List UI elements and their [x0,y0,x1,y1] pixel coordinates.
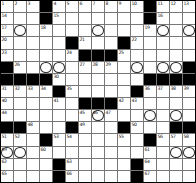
grid-cell-r3c10[interactable] [118,25,130,36]
clue-number: 40 [2,98,7,103]
clue-number: 24 [67,50,72,55]
grid-cell-r3c13[interactable] [157,25,169,36]
grid-cell-r2c15[interactable] [183,13,195,24]
grid-cell-r6c12[interactable] [144,62,156,73]
grid-cell-r6c15 [183,62,195,73]
clue-number: 47 [106,110,111,115]
grid-cell-r5c11[interactable] [131,50,143,61]
grid-cell-r1c3[interactable]: 3 [27,1,39,12]
grid-cell-r10c9[interactable]: 47 [105,110,117,121]
grid-cell-r15c10[interactable] [118,171,130,182]
grid-cell-r9c10[interactable]: 42 [118,98,130,109]
grid-cell-r9c2[interactable] [14,98,26,109]
grid-cell-r11c12[interactable] [144,122,156,133]
circle-marker [183,147,195,158]
grid-cell-r3c8[interactable] [92,25,104,36]
grid-cell-r6c2[interactable]: 26 [14,62,26,73]
grid-cell-r9c1[interactable]: 40 [1,98,13,109]
grid-cell-r13c15[interactable] [183,147,195,158]
grid-cell-r14c8[interactable] [92,159,104,170]
grid-cell-r5c6[interactable]: 24 [66,50,78,61]
clue-number: 33 [28,86,33,91]
grid-cell-r10c7[interactable]: 45 [79,110,91,121]
clue-number: 39 [184,86,189,91]
clue-number: 50 [132,122,137,127]
grid-cell-r5c15[interactable] [183,50,195,61]
grid-cell-r6c6[interactable] [66,62,78,73]
grid-cell-r3c11[interactable] [131,25,143,36]
grid-cell-r15c7[interactable] [79,171,91,182]
grid-cell-r5c12[interactable] [144,50,156,61]
grid-cell-r1c8[interactable]: 7 [92,1,104,12]
grid-cell-r11c7[interactable]: 49 [79,122,91,133]
grid-cell-r4c5[interactable] [53,37,65,48]
grid-cell-r8c5 [53,86,65,97]
circle-marker [170,62,182,73]
grid-cell-r13c13[interactable] [157,147,169,158]
grid-cell-r2c9[interactable] [105,13,117,24]
grid-cell-r1c4 [40,1,52,12]
grid-cell-r8c1[interactable]: 31 [1,86,13,97]
clue-number: 29 [106,62,111,67]
grid-cell-r6c8[interactable]: 28 [92,62,104,73]
clue-number: 2 [15,1,18,6]
grid-cell-r13c3[interactable] [27,147,39,158]
grid-cell-r7c10[interactable] [118,74,130,85]
clue-number: 42 [119,98,124,103]
clue-number: 7 [93,1,96,6]
grid-cell-r13c14[interactable] [170,147,182,158]
grid-cell-r8c10[interactable] [118,86,130,97]
grid-cell-r11c15 [183,122,195,133]
grid-cell-r8c12[interactable]: 36 [144,86,156,97]
grid-cell-r6c10[interactable] [118,62,130,73]
grid-cell-r8c4[interactable]: 34 [40,86,52,97]
clue-number: 44 [2,110,7,115]
grid-cell-r9c8 [92,98,104,109]
grid-cell-r2c11[interactable] [131,13,143,24]
grid-cell-r8c13[interactable]: 37 [157,86,169,97]
grid-cell-r14c6[interactable]: 63 [66,159,78,170]
grid-cell-r4c1[interactable]: 20 [1,37,13,48]
grid-cell-r15c14[interactable] [170,171,182,182]
grid-cell-r14c1[interactable]: 62 [1,159,13,170]
clue-number: 27 [80,62,85,67]
grid-cell-r1c5[interactable]: 4 [53,1,65,12]
grid-cell-r9c4[interactable] [40,98,52,109]
grid-cell-r8c9[interactable] [105,86,117,97]
grid-cell-r8c6[interactable]: 35 [66,86,78,97]
circle-marker [14,25,26,36]
grid-cell-r11c13[interactable] [157,122,169,133]
clue-number: 67 [145,171,150,176]
grid-cell-r5c1[interactable]: 23 [1,50,13,61]
grid-cell-r4c10 [118,37,130,48]
grid-cell-r11c6 [66,122,78,133]
grid-cell-r6c1 [1,62,13,73]
grid-cell-r12c13[interactable]: 56 [157,134,169,145]
grid-cell-r2c6[interactable] [66,13,78,24]
grid-cell-r3c6[interactable] [66,25,78,36]
grid-cell-r8c14[interactable]: 38 [170,86,182,97]
grid-cell-r7c2 [14,74,26,85]
grid-cell-r5c7 [79,50,91,61]
grid-cell-r13c12[interactable]: 61 [144,147,156,158]
clue-number: 21 [80,37,85,42]
grid-cell-r3c12[interactable]: 19 [144,25,156,36]
grid-cell-r12c9[interactable] [105,134,117,145]
grid-cell-r12c8[interactable] [92,134,104,145]
grid-cell-r12c1[interactable]: 51 [1,134,13,145]
grid-cell-r1c12 [144,1,156,12]
grid-cell-r15c12[interactable]: 67 [144,171,156,182]
grid-cell-r2c3[interactable] [27,13,39,24]
clue-number: 65 [2,171,7,176]
grid-cell-r10c1[interactable]: 44 [1,110,13,121]
circle-marker [170,110,182,121]
clue-number: 30 [54,74,59,79]
clue-number: 9 [119,1,122,6]
grid-cell-r12c12 [144,134,156,145]
grid-cell-r2c10[interactable] [118,13,130,24]
grid-cell-r4c3[interactable] [27,37,39,48]
clue-number: 57 [171,134,176,139]
clue-number: 34 [41,86,46,91]
grid-cell-r13c4[interactable]: 60 [40,147,52,158]
circle-marker [14,147,26,158]
grid-cell-r4c12[interactable] [144,37,156,48]
grid-cell-r10c11[interactable] [131,110,143,121]
circle-marker [131,62,143,73]
clue-number: 32 [15,86,20,91]
grid-cell-r13c6[interactable] [66,147,78,158]
grid-cell-r1c10[interactable]: 9 [118,1,130,12]
grid-cell-r4c9[interactable] [105,37,117,48]
clue-number: 31 [2,86,7,91]
grid-cell-r12c11[interactable] [131,134,143,145]
clue-number: 26 [15,62,20,67]
grid-cell-r7c7[interactable] [79,74,91,85]
grid-cell-r7c4 [40,74,52,85]
clue-number: 62 [2,159,7,164]
grid-cell-r7c1 [1,74,13,85]
grid-cell-r3c5[interactable] [53,25,65,36]
grid-cell-r13c5[interactable] [53,147,65,158]
grid-cell-r15c1[interactable]: 65 [1,171,13,182]
grid-cell-r6c14[interactable] [170,62,182,73]
grid-cell-r4c7[interactable]: 21 [79,37,91,48]
grid-cell-r11c8[interactable] [92,122,104,133]
grid-cell-r14c14[interactable] [170,159,182,170]
grid-cell-r9c5[interactable]: 41 [53,98,65,109]
crossword-grid: 1234567891011121314151617181920212223242… [0,0,196,183]
grid-cell-r10c14[interactable] [170,110,182,121]
grid-cell-r7c15 [183,74,195,85]
grid-cell-r15c15[interactable] [183,171,195,182]
circle-marker [170,147,182,158]
grid-cell-r3c2[interactable] [14,25,26,36]
grid-cell-r2c12 [144,13,156,24]
grid-cell-r12c3[interactable] [27,134,39,145]
grid-cell-r12c7[interactable] [79,134,91,145]
grid-cell-r15c9[interactable] [105,171,117,182]
grid-cell-r4c13[interactable] [157,37,169,48]
clue-number: 10 [132,1,137,6]
clue-number: 58 [184,134,189,139]
grid-cell-r10c10[interactable] [118,110,130,121]
clue-number: 19 [145,25,150,30]
grid-cell-r5c10[interactable]: 25 [118,50,130,61]
clue-number: 54 [67,134,72,139]
grid-cell-r1c1[interactable]: 1 [1,1,13,12]
clue-number: 41 [54,98,59,103]
grid-cell-r10c4[interactable] [40,110,52,121]
grid-cell-r11c2 [14,122,26,133]
grid-cell-r15c8[interactable] [92,171,104,182]
circle-marker [183,25,195,36]
grid-cell-r1c11[interactable]: 10 [131,1,143,12]
grid-cell-r12c6[interactable]: 54 [66,134,78,145]
grid-cell-r12c4 [40,134,52,145]
grid-cell-r10c5[interactable] [53,110,65,121]
clue-number: 64 [145,159,150,164]
clue-number: 63 [67,159,72,164]
grid-cell-r9c7 [79,98,91,109]
circle-marker [144,110,156,121]
circle-marker [92,25,104,36]
grid-cell-r10c13[interactable] [157,110,169,121]
grid-cell-r15c6[interactable]: 66 [66,171,78,182]
grid-cell-r3c1[interactable]: 17 [1,25,13,36]
clue-number: 5 [67,1,70,6]
grid-cell-r4c14[interactable] [170,37,182,48]
grid-cell-r13c1[interactable]: 59 [1,147,13,158]
grid-cell-r12c5[interactable]: 53 [53,134,65,145]
grid-cell-r6c11[interactable] [131,62,143,73]
circle-marker [157,25,169,36]
grid-cell-r10c8[interactable]: 46 [92,110,104,121]
grid-cell-r7c3 [27,74,39,85]
grid-cell-r2c13[interactable]: 16 [157,13,169,24]
grid-cell-r4c15[interactable] [183,37,195,48]
grid-cell-r10c3[interactable] [27,110,39,121]
clue-number: 60 [41,147,46,152]
clue-number: 12 [171,1,176,6]
grid-cell-r13c9[interactable] [105,147,117,158]
grid-cell-r8c8[interactable] [92,86,104,97]
circle-marker [40,62,52,73]
grid-cell-r8c11 [131,86,143,97]
grid-cell-r8c3[interactable]: 33 [27,86,39,97]
grid-cell-r2c2[interactable] [14,13,26,24]
grid-cell-r13c2[interactable] [14,147,26,158]
grid-cell-r3c14[interactable] [170,25,182,36]
clue-number: 66 [67,171,72,176]
clue-number: 43 [132,98,137,103]
clue-number: 53 [54,134,59,139]
grid-cell-r7c6[interactable] [66,74,78,85]
grid-cell-r14c9[interactable] [105,159,117,170]
grid-cell-r14c10[interactable] [118,159,130,170]
clue-number: 56 [158,134,163,139]
grid-cell-r8c2[interactable]: 32 [14,86,26,97]
clue-number: 35 [67,86,72,91]
clue-number: 4 [54,1,57,6]
grid-cell-r9c3[interactable] [27,98,39,109]
grid-cell-r5c13[interactable] [157,50,169,61]
grid-cell-r4c2[interactable] [14,37,26,48]
clue-number: 51 [2,134,7,139]
grid-cell-r6c13[interactable] [157,62,169,73]
clue-number: 20 [2,37,7,42]
grid-cell-r1c15[interactable]: 13 [183,1,195,12]
grid-cell-r5c8 [92,50,104,61]
grid-cell-r3c15[interactable] [183,25,195,36]
clue-number: 17 [2,25,7,30]
grid-cell-r7c8[interactable] [92,74,104,85]
grid-cell-r1c6[interactable]: 5 [66,1,78,12]
grid-cell-r11c11[interactable]: 50 [131,122,143,133]
grid-cell-r15c11 [131,171,143,182]
clue-number: 25 [119,50,124,55]
grid-cell-r7c11[interactable] [131,74,143,85]
grid-cell-r5c4[interactable] [40,50,52,61]
grid-cell-r14c5 [53,159,65,170]
grid-cell-r9c9 [105,98,117,109]
clue-number: 45 [80,110,85,115]
grid-cell-r4c11[interactable]: 22 [131,37,143,48]
grid-cell-r11c10 [118,122,130,133]
grid-cell-r10c2[interactable] [14,110,26,121]
clue-number: 46 [93,110,98,115]
clue-number: 1 [2,1,5,6]
grid-cell-r6c3[interactable] [27,62,39,73]
grid-cell-r5c3[interactable] [27,50,39,61]
grid-cell-r13c10[interactable] [118,147,130,158]
grid-cell-r9c14[interactable] [170,98,182,109]
clue-number: 49 [80,122,85,127]
grid-cell-r3c3[interactable] [27,25,39,36]
grid-cell-r5c14[interactable] [170,50,182,61]
grid-cell-r11c9[interactable] [105,122,117,133]
clue-number: 36 [145,86,150,91]
clue-number: 37 [158,86,163,91]
grid-cell-r1c14[interactable]: 12 [170,1,182,12]
grid-cell-r13c8[interactable] [92,147,104,158]
grid-cell-r6c4[interactable] [40,62,52,73]
grid-cell-r14c15[interactable] [183,159,195,170]
clue-number: 52 [15,134,20,139]
grid-cell-r14c2[interactable] [14,159,26,170]
grid-cell-r1c2[interactable]: 2 [14,1,26,12]
grid-cell-r11c1 [1,122,13,133]
grid-cell-r2c14[interactable] [170,13,182,24]
grid-cell-r14c4[interactable] [40,159,52,170]
grid-cell-r5c9 [105,50,117,61]
grid-cell-r1c9[interactable]: 8 [105,1,117,12]
grid-cell-r4c4[interactable] [40,37,52,48]
clue-number: 59 [2,147,7,152]
grid-cell-r8c7[interactable] [79,86,91,97]
grid-cell-r7c13 [157,74,169,85]
clue-number: 15 [54,13,59,18]
grid-cell-r14c7[interactable] [79,159,91,170]
grid-cell-r2c4 [40,13,52,24]
grid-cell-r10c6[interactable] [66,110,78,121]
grid-cell-r11c5[interactable] [53,122,65,133]
clue-number: 6 [80,1,83,6]
grid-cell-r2c8[interactable] [92,13,104,24]
grid-cell-r7c12 [144,74,156,85]
grid-cell-r9c12[interactable] [144,98,156,109]
grid-cell-r4c6 [66,37,78,48]
grid-cell-r15c2[interactable] [14,171,26,182]
grid-cell-r6c5[interactable] [53,62,65,73]
clue-number: 3 [28,1,31,6]
grid-cell-r15c13[interactable] [157,171,169,182]
clue-number: 55 [119,134,124,139]
grid-cell-r1c13[interactable]: 11 [157,1,169,12]
grid-cell-r2c7[interactable] [79,13,91,24]
grid-cell-r13c11[interactable] [131,147,143,158]
grid-cell-r3c7[interactable] [79,25,91,36]
grid-cell-r14c13[interactable] [157,159,169,170]
grid-cell-r14c11 [131,159,143,170]
clue-number: 38 [171,86,176,91]
grid-cell-r2c1[interactable]: 14 [1,13,13,24]
grid-cell-r6c7[interactable]: 27 [79,62,91,73]
grid-cell-r7c9[interactable] [105,74,117,85]
circle-marker [53,62,65,73]
grid-cell-r11c4[interactable] [40,122,52,133]
grid-cell-r10c12[interactable] [144,110,156,121]
clue-number: 11 [158,1,163,6]
grid-cell-r15c4[interactable] [40,171,52,182]
grid-cell-r1c7[interactable]: 6 [79,1,91,12]
grid-cell-r9c13[interactable] [157,98,169,109]
grid-cell-r5c2[interactable] [14,50,26,61]
grid-cell-r8c15[interactable]: 39 [183,86,195,97]
grid-cell-r11c3[interactable]: 48 [27,122,39,133]
grid-cell-r10c15[interactable] [183,110,195,121]
grid-cell-r3c4[interactable]: 18 [40,25,52,36]
grid-cell-r7c5[interactable]: 30 [53,74,65,85]
clue-number: 18 [41,25,46,30]
grid-cell-r12c15[interactable]: 58 [183,134,195,145]
clue-number: 23 [2,50,7,55]
grid-cell-r9c6[interactable] [66,98,78,109]
grid-cell-r15c5 [53,171,65,182]
grid-cell-r15c3[interactable] [27,171,39,182]
grid-cell-r12c14[interactable]: 57 [170,134,182,145]
grid-cell-r5c5[interactable] [53,50,65,61]
grid-cell-r6c9[interactable]: 29 [105,62,117,73]
grid-cell-r2c5[interactable]: 15 [53,13,65,24]
grid-cell-r14c3[interactable] [27,159,39,170]
grid-cell-r4c8[interactable] [92,37,104,48]
grid-cell-r9c15[interactable] [183,98,195,109]
grid-cell-r12c2[interactable]: 52 [14,134,26,145]
grid-cell-r7c14 [170,74,182,85]
grid-cell-r14c12[interactable]: 64 [144,159,156,170]
grid-cell-r13c7[interactable] [79,147,91,158]
grid-cell-r3c9[interactable] [105,25,117,36]
clue-number: 13 [184,1,189,6]
clue-number: 16 [158,13,163,18]
grid-cell-r12c10[interactable]: 55 [118,134,130,145]
circle-marker [157,62,169,73]
grid-cell-r9c11[interactable]: 43 [131,98,143,109]
